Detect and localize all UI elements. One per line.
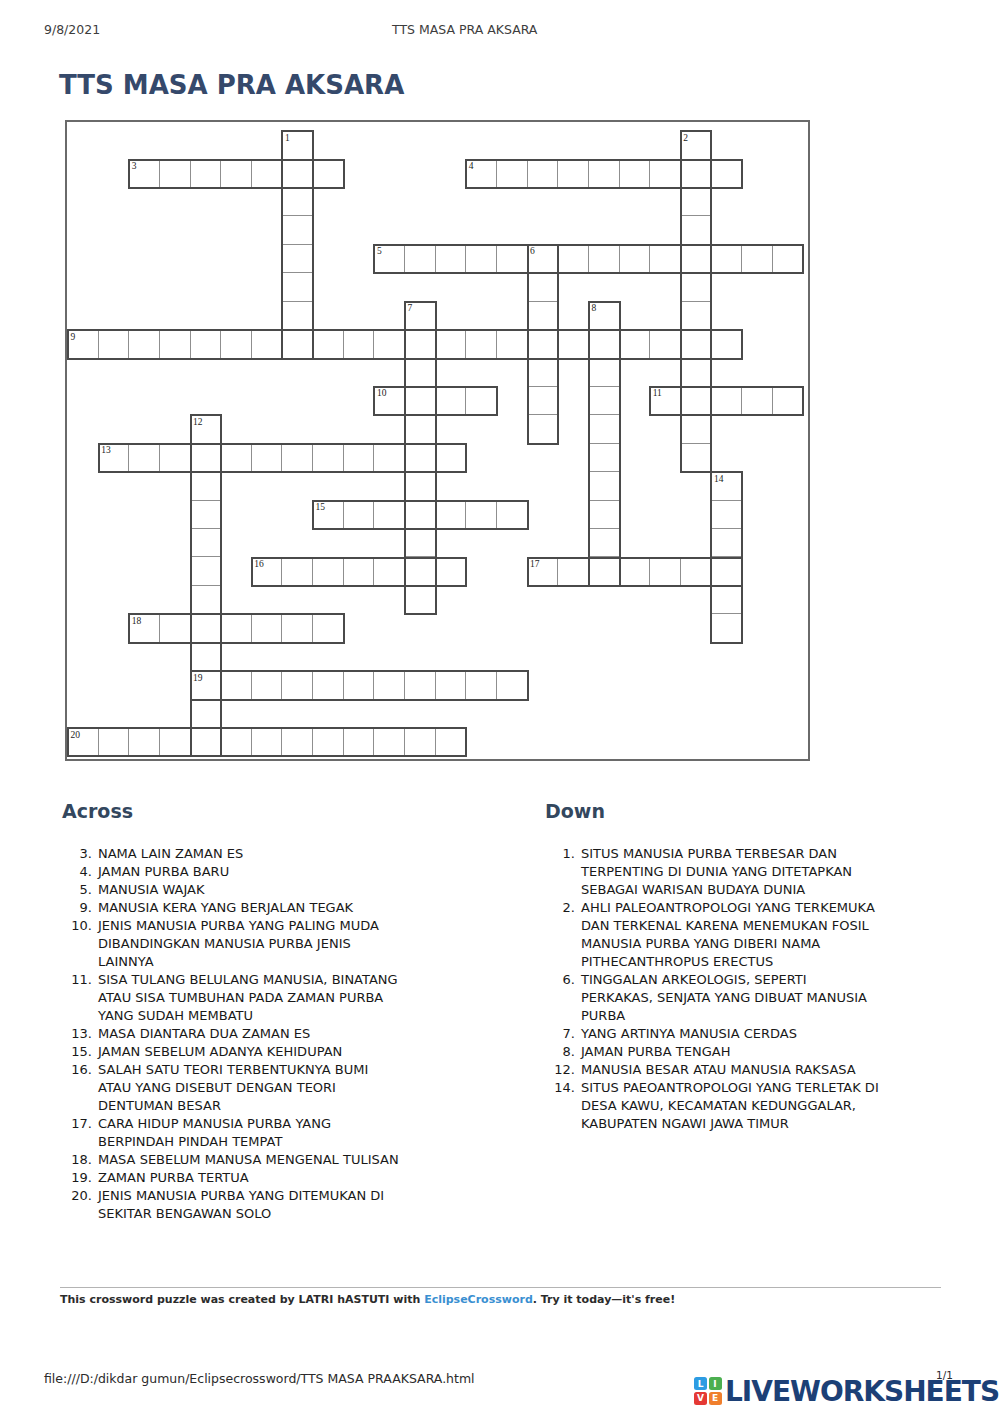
grid-cell-r4c23[interactable] [773,245,804,273]
footer-divider [60,1287,941,1288]
grid-cell-r21c3[interactable] [160,728,191,756]
grid-cell-r9c22[interactable] [742,387,773,415]
clue-text: MANUSIA KERA YANG BERJALAN TEGAK [98,899,353,917]
grid-cell-r17c6[interactable] [252,614,283,642]
across-clue-19: 19.ZAMAN PURBA TERTUA [62,1169,534,1187]
grid-cell-r13c14[interactable] [497,501,528,529]
grid-cell-r2c20[interactable] [681,188,712,216]
across-clues-section: Across 3.NAMA LAIN ZAMAN ES4.JAMAN PURBA… [62,800,534,1223]
grid-cell-r21c1[interactable] [99,728,130,756]
grid-cell-r1c18[interactable] [620,160,651,188]
grid-cell-r4c19[interactable] [650,245,681,273]
grid-cell-r21c10[interactable] [374,728,405,756]
grid-cell-r21c7[interactable] [282,728,313,756]
grid-cell-r19c9[interactable] [344,671,375,699]
clue-text: TINGGALAN ARKEOLOGIS, SEPERTI PERKAKAS, … [581,971,867,1025]
clue-text: ZAMAN PURBA TERTUA [98,1169,249,1187]
grid-cell-r9c19[interactable] [650,387,681,415]
clue-num-label: 14. [545,1079,581,1133]
grid-cell-r15c9[interactable] [344,558,375,586]
clue-num-label: 19. [62,1169,98,1187]
grid-cell-r1c13[interactable] [466,160,497,188]
grid-cell-r20c4[interactable] [191,700,222,728]
grid-cell-r13c17[interactable] [589,501,620,529]
grid-cell-r15c8[interactable] [313,558,344,586]
grid-cell-r16c11[interactable] [405,586,436,614]
grid-cell-r11c3[interactable] [160,444,191,472]
clue-num-label: 12. [545,1061,581,1079]
grid-cell-r17c8[interactable] [313,614,344,642]
grid-cell-r17c2[interactable] [129,614,160,642]
grid-cell-r7c3[interactable] [160,330,191,358]
clue-text: JENIS MANUSIA PURBA YANG PALING MUDA DIB… [98,917,379,971]
across-clue-5: 5.MANUSIA WAJAK [62,881,534,899]
grid-cell-r9c15[interactable] [528,387,559,415]
grid-cell-r15c12[interactable] [436,558,467,586]
grid-cell-r15c20[interactable] [681,558,712,586]
grid-cell-r13c21[interactable] [711,501,742,529]
clue-num-label: 16. [62,1061,98,1115]
grid-cell-r21c2[interactable] [129,728,160,756]
grid-cell-r4c11[interactable] [405,245,436,273]
credit-text-suffix: . Try it today—it's free! [533,1293,675,1306]
grid-cell-r21c11[interactable] [405,728,436,756]
grid-cell-r6c11[interactable] [405,302,436,330]
grid-cell-r5c7[interactable] [282,273,313,301]
logo-tile-l: L [694,1377,707,1390]
clue-num-label: 6. [545,971,581,1025]
down-clue-2: 2.AHLI PALEOANTROPOLOGI YANG TERKEMUKA D… [545,899,997,971]
grid-cell-r4c10[interactable] [374,245,405,273]
clue-num-label: 5. [62,881,98,899]
grid-cell-r1c20[interactable] [681,160,712,188]
credit-text-prefix: This crossword puzzle was created by LAT… [60,1293,424,1306]
grid-cell-r1c15[interactable] [528,160,559,188]
grid-cell-r1c4[interactable] [191,160,222,188]
grid-cell-r9c12[interactable] [436,387,467,415]
down-clue-list: 1.SITUS MANUSIA PURBA TERBESAR DAN TERPE… [545,845,997,1133]
grid-cell-r1c14[interactable] [497,160,528,188]
across-clue-9: 9.MANUSIA KERA YANG BERJALAN TEGAK [62,899,534,917]
grid-cell-r9c17[interactable] [589,387,620,415]
grid-cell-r15c16[interactable] [558,558,589,586]
grid-cell-r4c18[interactable] [620,245,651,273]
grid-cell-r17c4[interactable] [191,614,222,642]
grid-cell-r15c19[interactable] [650,558,681,586]
clue-text: JAMAN PURBA BARU [98,863,229,881]
grid-cell-r16c21[interactable] [711,586,742,614]
grid-cell-r12c11[interactable] [405,472,436,500]
grid-cell-r11c4[interactable] [191,444,222,472]
grid-cell-r9c21[interactable] [711,387,742,415]
grid-cell-r5c20[interactable] [681,273,712,301]
grid-cell-r7c9[interactable] [344,330,375,358]
grid-cell-r15c11[interactable] [405,558,436,586]
grid-cell-r3c20[interactable] [681,216,712,244]
grid-cell-r1c5[interactable] [221,160,252,188]
down-clue-7: 7.YANG ARTINYA MANUSIA CERDAS [545,1025,997,1043]
logo-tile-v: V [694,1392,707,1405]
grid-cell-r7c5[interactable] [221,330,252,358]
across-clue-3: 3.NAMA LAIN ZAMAN ES [62,845,534,863]
clue-num-label: 20. [62,1187,98,1223]
grid-cell-r7c8[interactable] [313,330,344,358]
grid-cell-r7c17[interactable] [589,330,620,358]
grid-cell-r6c17[interactable] [589,302,620,330]
grid-cell-r7c15[interactable] [528,330,559,358]
grid-cell-r7c4[interactable] [191,330,222,358]
clue-text: SISA TULANG BELULANG MANUSIA, BINATANG A… [98,971,398,1025]
grid-cell-r17c5[interactable] [221,614,252,642]
grid-cell-r4c14[interactable] [497,245,528,273]
grid-cell-r21c8[interactable] [313,728,344,756]
liveworksheets-tiles-icon: LIVE [694,1377,723,1406]
down-clue-6: 6.TINGGALAN ARKEOLOGIS, SEPERTI PERKAKAS… [545,971,997,1025]
grid-cell-r1c6[interactable] [252,160,283,188]
grid-cell-r19c14[interactable] [497,671,528,699]
clue-num-label: 13. [62,1025,98,1043]
grid-cell-r10c20[interactable] [681,415,712,443]
grid-cell-r4c22[interactable] [742,245,773,273]
grid-cell-r6c7[interactable] [282,302,313,330]
grid-cell-r9c10[interactable] [374,387,405,415]
down-clue-14: 14.SITUS PAEOANTROPOLOGI YANG TERLETAK D… [545,1079,997,1133]
grid-cell-r14c21[interactable] [711,529,742,557]
grid-cell-r15c21[interactable] [711,558,742,586]
clue-text: MASA SEBELUM MANUSA MENGENAL TULISAN [98,1151,399,1169]
grid-cell-r7c12[interactable] [436,330,467,358]
grid-cell-r7c1[interactable] [99,330,130,358]
clue-num-label: 8. [545,1043,581,1061]
clue-text: AHLI PALEOANTROPOLOGI YANG TERKEMUKA DAN… [581,899,875,971]
grid-cell-r8c15[interactable] [528,359,559,387]
grid-cell-r21c6[interactable] [252,728,283,756]
grid-cell-r21c12[interactable] [436,728,467,756]
clue-text: SALAH SATU TEORI TERBENTUKNYA BUMI ATAU … [98,1061,368,1115]
clue-num-label: 9. [62,899,98,917]
grid-cell-r4c12[interactable] [436,245,467,273]
grid-cell-r13c9[interactable] [344,501,375,529]
grid-cell-r14c4[interactable] [191,529,222,557]
credit-line: This crossword puzzle was created by LAT… [60,1293,675,1306]
grid-cell-r14c11[interactable] [405,529,436,557]
clue-text: SITUS PAEOANTROPOLOGI YANG TERLETAK DI D… [581,1079,879,1133]
grid-cell-r10c11[interactable] [405,415,436,443]
grid-cell-r7c21[interactable] [711,330,742,358]
grid-cell-r13c11[interactable] [405,501,436,529]
grid-cell-r12c21[interactable] [711,472,742,500]
grid-cell-r7c13[interactable] [466,330,497,358]
clue-text: MASA DIANTARA DUA ZAMAN ES [98,1025,310,1043]
clue-text: YANG ARTINYA MANUSIA CERDAS [581,1025,797,1043]
grid-cell-r19c4[interactable] [191,671,222,699]
grid-cell-r9c20[interactable] [681,387,712,415]
grid-cell-r21c4[interactable] [191,728,222,756]
grid-cell-r15c15[interactable] [528,558,559,586]
grid-cell-r19c6[interactable] [252,671,283,699]
clue-text: MANUSIA WAJAK [98,881,205,899]
grid-cell-r1c8[interactable] [313,160,344,188]
grid-cell-r8c17[interactable] [589,359,620,387]
grid-cell-r13c8[interactable] [313,501,344,529]
page-title: TTS MASA PRA AKSARA [59,70,404,100]
clue-text: MANUSIA BESAR ATAU MANUSIA RAKSASA [581,1061,856,1079]
grid-cell-r12c4[interactable] [191,472,222,500]
grid-cell-r15c17[interactable] [589,558,620,586]
clue-num-label: 1. [545,845,581,899]
across-clue-4: 4.JAMAN PURBA BARU [62,863,534,881]
grid-cell-r11c9[interactable] [344,444,375,472]
grid-cell-r7c2[interactable] [129,330,160,358]
grid-cell-r1c17[interactable] [589,160,620,188]
clue-num-label: 15. [62,1043,98,1061]
grid-cell-r9c13[interactable] [466,387,497,415]
across-clue-15: 15.JAMAN SEBELUM ADANYA KEHIDUPAN [62,1043,534,1061]
grid-cell-r13c13[interactable] [466,501,497,529]
grid-cell-r7c14[interactable] [497,330,528,358]
clue-num-label: 10. [62,917,98,971]
file-url: file:///D:/dikdar gumun/Eclipsecrossword… [44,1371,475,1386]
grid-cell-r7c20[interactable] [681,330,712,358]
clue-text: JAMAN PURBA TENGAH [581,1043,730,1061]
grid-cell-r11c1[interactable] [99,444,130,472]
clue-num-label: 11. [62,971,98,1025]
grid-cell-r1c2[interactable] [129,160,160,188]
down-heading: Down [545,800,997,822]
across-clue-list: 3.NAMA LAIN ZAMAN ES4.JAMAN PURBA BARU5.… [62,845,534,1223]
grid-cell-r12c17[interactable] [589,472,620,500]
grid-cell-r17c21[interactable] [711,614,742,642]
grid-cell-r10c17[interactable] [589,415,620,443]
grid-cell-r21c0[interactable] [68,728,99,756]
grid-cell-r11c12[interactable] [436,444,467,472]
grid-cell-r7c16[interactable] [558,330,589,358]
grid-cell-r7c18[interactable] [620,330,651,358]
grid-cell-r13c10[interactable] [374,501,405,529]
grid-cell-r11c20[interactable] [681,444,712,472]
across-clue-17: 17.CARA HIDUP MANUSIA PURBA YANG BERPIND… [62,1115,534,1151]
grid-cell-r19c8[interactable] [313,671,344,699]
down-clue-1: 1.SITUS MANUSIA PURBA TERBESAR DAN TERPE… [545,845,997,899]
grid-cell-r1c7[interactable] [282,160,313,188]
grid-cell-r21c9[interactable] [344,728,375,756]
grid-cell-r19c5[interactable] [221,671,252,699]
grid-cell-r8c20[interactable] [681,359,712,387]
grid-cell-r15c18[interactable] [620,558,651,586]
liveworksheets-logo[interactable]: LIVE LIVEWORKSHEETS [694,1377,999,1406]
grid-cell-r7c19[interactable] [650,330,681,358]
clue-num-label: 2. [545,899,581,971]
grid-cell-r10c15[interactable] [528,415,559,443]
logo-tile-e: E [709,1392,722,1405]
grid-cell-r7c0[interactable] [68,330,99,358]
grid-cell-r4c7[interactable] [282,245,313,273]
across-clue-11: 11.SISA TULANG BELULANG MANUSIA, BINATAN… [62,971,534,1025]
grid-cell-r2c7[interactable] [282,188,313,216]
grid-cell-r17c7[interactable] [282,614,313,642]
grid-cell-r4c15[interactable] [528,245,559,273]
clue-num-label: 18. [62,1151,98,1169]
down-clue-12: 12.MANUSIA BESAR ATAU MANUSIA RAKSASA [545,1061,997,1079]
grid-cell-r1c3[interactable] [160,160,191,188]
grid-cell-r16c4[interactable] [191,586,222,614]
grid-cell-r17c3[interactable] [160,614,191,642]
grid-cell-r15c4[interactable] [191,558,222,586]
grid-cell-r4c20[interactable] [681,245,712,273]
grid-cell-r6c20[interactable] [681,302,712,330]
header-doc-title: TTS MASA PRA AKSARA [392,22,537,37]
grid-cell-r11c11[interactable] [405,444,436,472]
grid-cell-r19c12[interactable] [436,671,467,699]
clue-num-label: 3. [62,845,98,863]
grid-cell-r19c13[interactable] [466,671,497,699]
grid-cell-r15c7[interactable] [282,558,313,586]
grid-cell-r5c15[interactable] [528,273,559,301]
grid-cell-r14c17[interactable] [589,529,620,557]
clue-text: NAMA LAIN ZAMAN ES [98,845,243,863]
grid-cell-r19c10[interactable] [374,671,405,699]
across-clue-10: 10.JENIS MANUSIA PURBA YANG PALING MUDA … [62,917,534,971]
grid-cell-r15c6[interactable] [252,558,283,586]
grid-cell-r21c5[interactable] [221,728,252,756]
grid-cell-r0c7[interactable] [282,131,313,159]
grid-cell-r4c16[interactable] [558,245,589,273]
grid-cell-r4c13[interactable] [466,245,497,273]
grid-cell-r10c4[interactable] [191,415,222,443]
grid-cell-r4c21[interactable] [711,245,742,273]
clue-text: JENIS MANUSIA PURBA YANG DITEMUKAN DI SE… [98,1187,384,1223]
down-clue-8: 8.JAMAN PURBA TENGAH [545,1043,997,1061]
clue-num-label: 4. [62,863,98,881]
eclipsecrossword-link[interactable]: EclipseCrossword [424,1293,533,1306]
grid-cell-r7c11[interactable] [405,330,436,358]
clue-text: JAMAN SEBELUM ADANYA KEHIDUPAN [98,1043,342,1061]
grid-cell-r7c7[interactable] [282,330,313,358]
grid-cell-r7c10[interactable] [374,330,405,358]
grid-cell-r15c10[interactable] [374,558,405,586]
grid-cell-r11c5[interactable] [221,444,252,472]
grid-cell-r11c17[interactable] [589,444,620,472]
grid-cell-r13c12[interactable] [436,501,467,529]
clue-num-label: 17. [62,1115,98,1151]
grid-cell-r6c15[interactable] [528,302,559,330]
grid-cell-r1c19[interactable] [650,160,681,188]
grid-cell-r11c6[interactable] [252,444,283,472]
grid-cell-r19c11[interactable] [405,671,436,699]
header-date: 9/8/2021 [44,22,100,37]
clue-num-label: 7. [545,1025,581,1043]
grid-cell-r9c11[interactable] [405,387,436,415]
grid-cell-r18c4[interactable] [191,643,222,671]
grid-cell-r11c8[interactable] [313,444,344,472]
grid-cell-r13c4[interactable] [191,501,222,529]
across-heading: Across [62,800,534,822]
grid-cell-r8c11[interactable] [405,359,436,387]
grid-cell-r1c21[interactable] [711,160,742,188]
clue-text: SITUS MANUSIA PURBA TERBESAR DAN TERPENT… [581,845,852,899]
grid-cell-r19c7[interactable] [282,671,313,699]
clue-text: CARA HIDUP MANUSIA PURBA YANG BERPINDAH … [98,1115,331,1151]
across-clue-16: 16.SALAH SATU TEORI TERBENTUKNYA BUMI AT… [62,1061,534,1115]
across-clue-13: 13.MASA DIANTARA DUA ZAMAN ES [62,1025,534,1043]
liveworksheets-wordmark: LIVEWORKSHEETS [725,1377,999,1406]
grid-cell-r7c6[interactable] [252,330,283,358]
grid-cell-r11c7[interactable] [282,444,313,472]
grid-cell-r11c2[interactable] [129,444,160,472]
down-clues-section: Down 1.SITUS MANUSIA PURBA TERBESAR DAN … [545,800,997,1133]
grid-cell-r9c23[interactable] [773,387,804,415]
grid-cell-r3c7[interactable] [282,216,313,244]
logo-tile-i: I [709,1377,722,1390]
across-clue-20: 20.JENIS MANUSIA PURBA YANG DITEMUKAN DI… [62,1187,534,1223]
grid-cell-r4c17[interactable] [589,245,620,273]
grid-cell-r0c20[interactable] [681,131,712,159]
across-clue-18: 18.MASA SEBELUM MANUSA MENGENAL TULISAN [62,1151,534,1169]
grid-cell-r11c10[interactable] [374,444,405,472]
grid-cell-r1c16[interactable] [558,160,589,188]
page: { "game": "crossword", "header": { "date… [0,0,1000,1414]
